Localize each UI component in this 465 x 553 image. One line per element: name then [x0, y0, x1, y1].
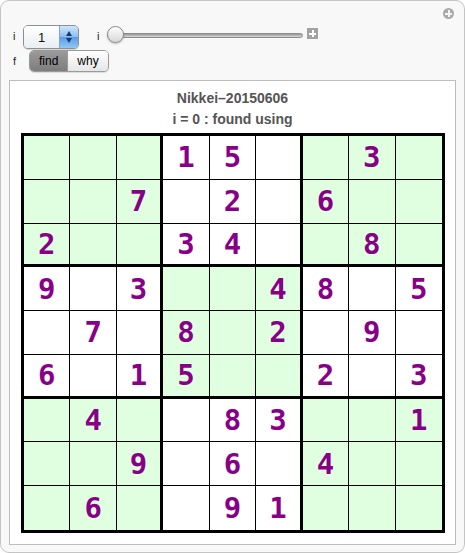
- sudoku-cell-r4c2: [70, 267, 116, 311]
- sudoku-cell-r2c2: [70, 180, 116, 224]
- dropdown-stepper[interactable]: [59, 26, 78, 48]
- sudoku-cell-r3c1: 2: [24, 224, 70, 268]
- sudoku-cell-r6c5: [210, 355, 256, 399]
- sudoku-cell-r9c7: [303, 486, 349, 530]
- sudoku-cell-r9c9: [396, 486, 442, 530]
- sudoku-cell-r2c5: 2: [210, 180, 256, 224]
- sudoku-cell-r5c3: [117, 311, 163, 355]
- dropdown-label: i: [13, 30, 15, 42]
- sudoku-cell-r4c1: 9: [24, 267, 70, 311]
- sudoku-cell-r1c8: 3: [349, 136, 395, 180]
- sudoku-grid: 1537262348934857829615234831964691: [21, 133, 445, 533]
- sudoku-cell-r4c8: [349, 267, 395, 311]
- i-dropdown[interactable]: 1: [23, 25, 79, 49]
- sudoku-cell-r5c2: 7: [70, 311, 116, 355]
- sudoku-cell-r2c4: [163, 180, 209, 224]
- sudoku-cell-r4c3: 3: [117, 267, 163, 311]
- plus-square-icon[interactable]: [307, 28, 318, 39]
- sudoku-cell-r1c4: 1: [163, 136, 209, 180]
- sudoku-cell-r1c5: 5: [210, 136, 256, 180]
- sudoku-cell-r7c4: [163, 399, 209, 443]
- display-panel: Nikkei–20150606 i = 0 : found using 1537…: [9, 80, 456, 545]
- sudoku-cell-r2c1: [24, 180, 70, 224]
- sudoku-cell-r3c3: [117, 224, 163, 268]
- sudoku-cell-r8c1: [24, 442, 70, 486]
- sudoku-cell-r3c2: [70, 224, 116, 268]
- sudoku-cell-r9c6: 1: [256, 486, 302, 530]
- sudoku-cell-r8c4: [163, 442, 209, 486]
- puzzle-subtitle: i = 0 : found using: [10, 111, 455, 127]
- triangle-down-icon: [66, 38, 72, 43]
- sudoku-cell-r3c9: [396, 224, 442, 268]
- sudoku-cell-r3c5: 4: [210, 224, 256, 268]
- sudoku-cell-r6c6: [256, 355, 302, 399]
- sudoku-cell-r5c7: [303, 311, 349, 355]
- sudoku-cell-r9c5: 9: [210, 486, 256, 530]
- why-button[interactable]: why: [67, 51, 107, 71]
- manipulate-window: i 1 i f find why Nikkei–20150606 i = 0 :…: [0, 0, 465, 553]
- sudoku-cell-r6c9: 3: [396, 355, 442, 399]
- sudoku-cell-r9c3: [117, 486, 163, 530]
- sudoku-cell-r8c7: 4: [303, 442, 349, 486]
- sudoku-cell-r7c1: [24, 399, 70, 443]
- sudoku-cell-r8c2: [70, 442, 116, 486]
- sudoku-cell-r9c1: [24, 486, 70, 530]
- sudoku-cell-r6c2: [70, 355, 116, 399]
- sudoku-cell-r2c3: 7: [117, 180, 163, 224]
- dropdown-value: 1: [24, 26, 59, 48]
- slider-thumb[interactable]: [107, 26, 124, 43]
- sudoku-cell-r4c7: 8: [303, 267, 349, 311]
- sudoku-cell-r8c8: [349, 442, 395, 486]
- sudoku-cell-r1c2: [70, 136, 116, 180]
- sudoku-cell-r7c6: 3: [256, 399, 302, 443]
- sudoku-cell-r4c5: [210, 267, 256, 311]
- sudoku-cell-r5c9: [396, 311, 442, 355]
- sudoku-cell-r5c6: 2: [256, 311, 302, 355]
- sudoku-cell-r4c4: [163, 267, 209, 311]
- sudoku-cell-r3c6: [256, 224, 302, 268]
- sudoku-cell-r9c4: [163, 486, 209, 530]
- i-slider[interactable]: [107, 26, 303, 44]
- sudoku-cell-r8c6: [256, 442, 302, 486]
- sudoku-cell-r1c9: [396, 136, 442, 180]
- sudoku-cell-r2c9: [396, 180, 442, 224]
- find-button[interactable]: find: [30, 51, 67, 71]
- slider-track[interactable]: [107, 33, 303, 38]
- triangle-up-icon: [66, 31, 72, 36]
- sudoku-cell-r4c9: 5: [396, 267, 442, 311]
- sudoku-cell-r9c2: 6: [70, 486, 116, 530]
- sudoku-cell-r7c9: 1: [396, 399, 442, 443]
- sudoku-cell-r1c6: [256, 136, 302, 180]
- sudoku-cell-r8c5: 6: [210, 442, 256, 486]
- puzzle-title: Nikkei–20150606: [10, 90, 455, 106]
- plus-circle-icon[interactable]: [443, 8, 454, 19]
- sudoku-cell-r5c1: [24, 311, 70, 355]
- sudoku-cell-r7c5: 8: [210, 399, 256, 443]
- sudoku-cell-r6c1: 6: [24, 355, 70, 399]
- sudoku-cell-r3c4: 3: [163, 224, 209, 268]
- sudoku-cell-r4c6: 4: [256, 267, 302, 311]
- sudoku-cell-r1c1: [24, 136, 70, 180]
- sudoku-cell-r7c2: 4: [70, 399, 116, 443]
- sudoku-cell-r7c8: [349, 399, 395, 443]
- sudoku-cell-r1c7: [303, 136, 349, 180]
- sudoku-cell-r6c3: 1: [117, 355, 163, 399]
- slider-label: i: [97, 30, 99, 42]
- sudoku-cell-r3c8: 8: [349, 224, 395, 268]
- sudoku-cell-r9c8: [349, 486, 395, 530]
- setter-label: f: [13, 55, 16, 67]
- sudoku-cell-r6c7: 2: [303, 355, 349, 399]
- sudoku-cell-r2c8: [349, 180, 395, 224]
- sudoku-cell-r2c7: 6: [303, 180, 349, 224]
- sudoku-cell-r5c4: 8: [163, 311, 209, 355]
- setter-bar: find why: [29, 50, 109, 72]
- sudoku-cell-r7c7: [303, 399, 349, 443]
- sudoku-cell-r5c5: [210, 311, 256, 355]
- sudoku-cell-r2c6: [256, 180, 302, 224]
- sudoku-cell-r6c8: [349, 355, 395, 399]
- sudoku-cell-r5c8: 9: [349, 311, 395, 355]
- sudoku-cell-r3c7: [303, 224, 349, 268]
- sudoku-cell-r6c4: 5: [163, 355, 209, 399]
- sudoku-cell-r8c9: [396, 442, 442, 486]
- sudoku-cell-r8c3: 9: [117, 442, 163, 486]
- sudoku-cell-r7c3: [117, 399, 163, 443]
- sudoku-cell-r1c3: [117, 136, 163, 180]
